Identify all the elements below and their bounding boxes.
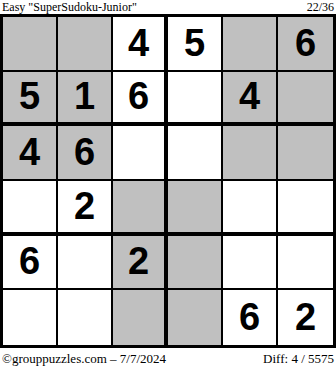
cell-r5c5[interactable]	[223, 236, 278, 291]
cell-r1c5[interactable]	[223, 17, 278, 72]
cell-r1c6[interactable]: 6	[278, 17, 333, 72]
cell-r6c4[interactable]	[168, 290, 223, 345]
cell-r6c1[interactable]	[3, 290, 58, 345]
cell-r2c6[interactable]	[278, 72, 333, 127]
cell-r4c5[interactable]	[223, 181, 278, 236]
cell-r2c5[interactable]: 4	[223, 72, 278, 127]
cell-r5c6[interactable]	[278, 236, 333, 291]
cell-r2c3[interactable]: 6	[113, 72, 168, 127]
cell-r1c2[interactable]	[58, 17, 113, 72]
cells-remaining-counter: 22/36	[307, 1, 334, 14]
cell-r1c4[interactable]: 5	[168, 17, 223, 72]
cell-r3c1[interactable]: 4	[3, 126, 58, 181]
cell-r4c3[interactable]	[113, 181, 168, 236]
puzzle-footer: ©grouppuzzles.com – 7/7/2024 Diff: 4 / 5…	[0, 348, 336, 370]
cell-r6c6[interactable]: 2	[278, 290, 333, 345]
puzzle-header: Easy "SuperSudoku-Junior" 22/36	[0, 0, 336, 14]
cell-r1c1[interactable]	[3, 17, 58, 72]
copyright-date: ©grouppuzzles.com – 7/7/2024	[2, 351, 166, 367]
cell-r5c3[interactable]: 2	[113, 236, 168, 291]
cell-r5c4[interactable]	[168, 236, 223, 291]
cell-r5c2[interactable]	[58, 236, 113, 291]
cell-r6c5[interactable]: 6	[223, 290, 278, 345]
cell-r3c2[interactable]: 6	[58, 126, 113, 181]
cell-r6c3[interactable]	[113, 290, 168, 345]
cell-r3c4[interactable]	[168, 126, 223, 181]
sudoku-grid: 45651644626262	[0, 14, 336, 348]
cell-r4c4[interactable]	[168, 181, 223, 236]
cell-r4c2[interactable]: 2	[58, 181, 113, 236]
cell-r1c3[interactable]: 4	[113, 17, 168, 72]
cell-r2c1[interactable]: 5	[3, 72, 58, 127]
cell-r2c4[interactable]	[168, 72, 223, 127]
cell-r2c2[interactable]: 1	[58, 72, 113, 127]
cell-r5c1[interactable]: 6	[3, 236, 58, 291]
cell-r3c3[interactable]	[113, 126, 168, 181]
cell-r3c6[interactable]	[278, 126, 333, 181]
cell-r4c1[interactable]	[3, 181, 58, 236]
cell-r6c2[interactable]	[58, 290, 113, 345]
puzzle-page: Easy "SuperSudoku-Junior" 22/36 45651644…	[0, 0, 336, 370]
puzzle-title: Easy "SuperSudoku-Junior"	[2, 1, 137, 14]
cell-r3c5[interactable]	[223, 126, 278, 181]
cell-r4c6[interactable]	[278, 181, 333, 236]
difficulty-label: Diff: 4 / 5575	[263, 351, 334, 367]
